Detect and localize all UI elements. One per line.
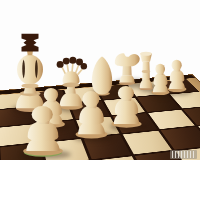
chess-set-photo xyxy=(0,0,200,200)
piece-shadow xyxy=(55,103,92,112)
piece-shadow xyxy=(110,122,149,131)
photo-area xyxy=(0,0,200,160)
piece-shadow xyxy=(91,89,120,98)
piece-shadow xyxy=(74,133,115,142)
piece-shadow xyxy=(11,105,55,114)
piece-shadow xyxy=(37,122,71,131)
piece-shadow xyxy=(21,150,72,159)
board-square xyxy=(0,124,39,146)
photo-watermark xyxy=(170,150,197,159)
white-margin xyxy=(0,160,200,200)
piece-shadow xyxy=(168,86,192,95)
